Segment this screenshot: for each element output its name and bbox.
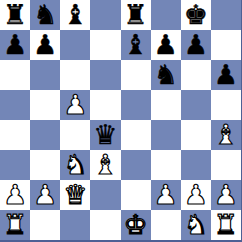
square-g6[interactable]: [181, 60, 211, 90]
piece-black-bishop[interactable]: ♝: [63, 0, 87, 30]
piece-white-king[interactable]: ♚: [123, 210, 147, 240]
square-f1[interactable]: [151, 210, 181, 240]
square-g7[interactable]: ♟: [181, 30, 211, 60]
piece-black-knight[interactable]: ♞: [33, 0, 57, 30]
piece-white-pawn[interactable]: ♟: [3, 180, 27, 210]
piece-white-knight[interactable]: ♞: [63, 150, 87, 180]
piece-white-pawn[interactable]: ♟: [63, 90, 87, 120]
square-h5[interactable]: [211, 90, 241, 120]
square-c2[interactable]: ♛: [60, 180, 90, 210]
piece-white-bishop[interactable]: ♝: [93, 150, 117, 180]
piece-black-pawn[interactable]: ♟: [3, 30, 27, 60]
square-f8[interactable]: [151, 0, 181, 30]
piece-black-rook[interactable]: ♜: [123, 0, 147, 30]
piece-white-knight[interactable]: ♞: [184, 210, 208, 240]
square-d4[interactable]: ♛: [90, 120, 120, 150]
square-b5[interactable]: [30, 90, 60, 120]
square-d7[interactable]: [90, 30, 120, 60]
square-d3[interactable]: ♝: [90, 150, 120, 180]
square-d2[interactable]: [90, 180, 120, 210]
square-e1[interactable]: ♚: [121, 210, 151, 240]
square-d6[interactable]: [90, 60, 120, 90]
square-e2[interactable]: [121, 180, 151, 210]
square-f3[interactable]: [151, 150, 181, 180]
chess-board: ♜♞♝♜♚♟♟♝♟♟♞♟♟♛♝♞♝♟♟♛♟♟♟♜♚♞♜: [0, 0, 242, 242]
square-g1[interactable]: ♞: [181, 210, 211, 240]
square-h1[interactable]: ♜: [211, 210, 241, 240]
square-f2[interactable]: ♟: [151, 180, 181, 210]
square-g4[interactable]: [181, 120, 211, 150]
piece-white-pawn[interactable]: ♟: [214, 180, 238, 210]
piece-black-bishop[interactable]: ♝: [123, 30, 147, 60]
square-f6[interactable]: ♞: [151, 60, 181, 90]
square-e8[interactable]: ♜: [121, 0, 151, 30]
piece-black-pawn[interactable]: ♟: [184, 30, 208, 60]
square-a7[interactable]: ♟: [0, 30, 30, 60]
square-c6[interactable]: [60, 60, 90, 90]
square-d8[interactable]: [90, 0, 120, 30]
square-h8[interactable]: [211, 0, 241, 30]
square-b2[interactable]: ♟: [30, 180, 60, 210]
square-b8[interactable]: ♞: [30, 0, 60, 30]
square-a8[interactable]: ♜: [0, 0, 30, 30]
square-d1[interactable]: [90, 210, 120, 240]
square-f7[interactable]: ♟: [151, 30, 181, 60]
piece-white-rook[interactable]: ♜: [3, 210, 27, 240]
square-b1[interactable]: [30, 210, 60, 240]
square-g2[interactable]: ♟: [181, 180, 211, 210]
piece-black-king[interactable]: ♚: [184, 0, 208, 30]
square-g3[interactable]: [181, 150, 211, 180]
piece-white-bishop[interactable]: ♝: [214, 120, 238, 150]
piece-white-pawn[interactable]: ♟: [184, 180, 208, 210]
square-c7[interactable]: [60, 30, 90, 60]
square-b3[interactable]: [30, 150, 60, 180]
square-c1[interactable]: [60, 210, 90, 240]
square-b6[interactable]: [30, 60, 60, 90]
piece-black-pawn[interactable]: ♟: [154, 30, 178, 60]
square-c4[interactable]: [60, 120, 90, 150]
piece-black-rook[interactable]: ♜: [3, 0, 27, 30]
piece-white-rook[interactable]: ♜: [214, 210, 238, 240]
square-f4[interactable]: [151, 120, 181, 150]
square-e5[interactable]: [121, 90, 151, 120]
square-e7[interactable]: ♝: [121, 30, 151, 60]
square-a6[interactable]: [0, 60, 30, 90]
square-e4[interactable]: [121, 120, 151, 150]
piece-white-pawn[interactable]: ♟: [33, 180, 57, 210]
square-c8[interactable]: ♝: [60, 0, 90, 30]
square-e3[interactable]: [121, 150, 151, 180]
square-c3[interactable]: ♞: [60, 150, 90, 180]
square-b7[interactable]: ♟: [30, 30, 60, 60]
square-c5[interactable]: ♟: [60, 90, 90, 120]
square-d5[interactable]: [90, 90, 120, 120]
square-g5[interactable]: [181, 90, 211, 120]
square-a3[interactable]: [0, 150, 30, 180]
piece-white-pawn[interactable]: ♟: [154, 180, 178, 210]
piece-white-queen[interactable]: ♛: [63, 180, 87, 210]
square-h2[interactable]: ♟: [211, 180, 241, 210]
piece-black-pawn[interactable]: ♟: [214, 60, 238, 90]
square-f5[interactable]: [151, 90, 181, 120]
piece-black-queen[interactable]: ♛: [93, 120, 117, 150]
square-g8[interactable]: ♚: [181, 0, 211, 30]
square-e6[interactable]: [121, 60, 151, 90]
square-a4[interactable]: [0, 120, 30, 150]
square-a1[interactable]: ♜: [0, 210, 30, 240]
square-h4[interactable]: ♝: [211, 120, 241, 150]
square-b4[interactable]: [30, 120, 60, 150]
square-a5[interactable]: [0, 90, 30, 120]
piece-black-knight[interactable]: ♞: [154, 60, 178, 90]
square-a2[interactable]: ♟: [0, 180, 30, 210]
square-h3[interactable]: [211, 150, 241, 180]
square-h6[interactable]: ♟: [211, 60, 241, 90]
square-h7[interactable]: [211, 30, 241, 60]
piece-black-pawn[interactable]: ♟: [33, 30, 57, 60]
